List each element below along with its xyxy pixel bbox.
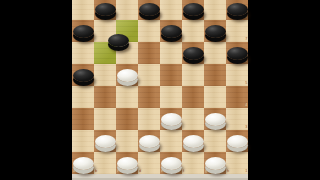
board-square[interactable]	[204, 64, 226, 86]
white-checker[interactable]	[205, 157, 226, 170]
rank-label: 7	[245, 37, 247, 41]
rank-label: 2	[245, 147, 247, 151]
black-checker[interactable]	[183, 47, 204, 60]
white-checker[interactable]	[161, 113, 182, 126]
black-checker[interactable]	[161, 25, 182, 38]
file-label: d	[139, 169, 141, 173]
board-square[interactable]	[94, 108, 116, 130]
white-checker[interactable]	[205, 113, 226, 126]
board-square[interactable]	[94, 86, 116, 108]
black-checker[interactable]	[183, 3, 204, 16]
board-square[interactable]	[138, 20, 160, 42]
board-square[interactable]	[204, 42, 226, 64]
board-square[interactable]	[138, 64, 160, 86]
board-square[interactable]	[182, 64, 204, 86]
bottom-bar	[72, 174, 248, 180]
letterbox-left	[0, 0, 72, 180]
board-square[interactable]	[116, 86, 138, 108]
black-checker[interactable]	[205, 25, 226, 38]
rank-label: 4	[245, 103, 247, 107]
letterbox-right	[248, 0, 320, 180]
board-square[interactable]	[72, 42, 94, 64]
board-square[interactable]	[160, 0, 182, 20]
board-square[interactable]	[138, 86, 160, 108]
rank-label: 3	[245, 125, 247, 129]
board-square[interactable]: f	[182, 152, 204, 174]
file-label: a	[73, 169, 75, 173]
white-checker[interactable]	[161, 157, 182, 170]
board-square[interactable]	[182, 108, 204, 130]
black-checker-moving[interactable]	[108, 34, 129, 47]
board-square[interactable]	[72, 108, 94, 130]
board-square[interactable]	[182, 20, 204, 42]
board-square[interactable]	[138, 108, 160, 130]
white-checker[interactable]	[117, 69, 138, 82]
board-square[interactable]: 3	[226, 108, 248, 130]
board-square[interactable]	[160, 42, 182, 64]
board-square[interactable]	[160, 130, 182, 152]
board-square[interactable]: 7	[226, 20, 248, 42]
board-square[interactable]	[160, 64, 182, 86]
rank-label: 5	[245, 81, 247, 85]
white-checker[interactable]	[117, 157, 138, 170]
board-square[interactable]	[72, 86, 94, 108]
rank-label: 1	[245, 169, 247, 173]
black-checker[interactable]	[73, 25, 94, 38]
board-square[interactable]	[72, 130, 94, 152]
board-square[interactable]: d	[138, 152, 160, 174]
file-label: c	[117, 169, 119, 173]
file-label: e	[161, 169, 163, 173]
app-screen: { "game": "checkers", "app_context": "mo…	[0, 0, 320, 180]
rank-label: 6	[245, 59, 247, 63]
file-label: g	[205, 169, 207, 173]
board-square[interactable]	[204, 0, 226, 20]
board-square[interactable]	[204, 130, 226, 152]
white-checker[interactable]	[73, 157, 94, 170]
white-checker[interactable]	[95, 135, 116, 148]
black-checker[interactable]	[227, 3, 248, 16]
black-checker[interactable]	[227, 47, 248, 60]
board-square[interactable]: 4	[226, 86, 248, 108]
board-square[interactable]	[182, 86, 204, 108]
rank-label: 8	[245, 15, 247, 19]
board-square[interactable]	[138, 42, 160, 64]
white-checker[interactable]	[227, 135, 248, 148]
board-square[interactable]	[116, 0, 138, 20]
board-square[interactable]: 5	[226, 64, 248, 86]
file-label: h	[227, 169, 229, 173]
board-square[interactable]: h1	[226, 152, 248, 174]
board-square[interactable]	[116, 130, 138, 152]
board-square[interactable]	[72, 0, 94, 20]
board-square[interactable]	[94, 64, 116, 86]
black-checker[interactable]	[139, 3, 160, 16]
board-square[interactable]: b	[94, 152, 116, 174]
board-square[interactable]	[204, 86, 226, 108]
white-checker[interactable]	[183, 135, 204, 148]
file-label: f	[183, 169, 184, 173]
file-label: b	[95, 169, 97, 173]
board-square[interactable]	[160, 86, 182, 108]
black-checker[interactable]	[73, 69, 94, 82]
black-checker[interactable]	[95, 3, 116, 16]
board-square[interactable]	[116, 108, 138, 130]
checkers-board: 8765432abcdefgh1	[72, 0, 248, 174]
white-checker[interactable]	[139, 135, 160, 148]
